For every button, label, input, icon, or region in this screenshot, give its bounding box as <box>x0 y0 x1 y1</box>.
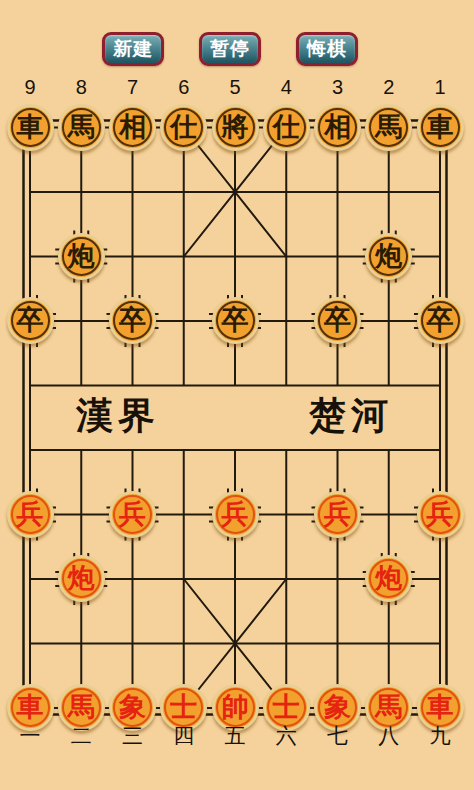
board-cell: 將 <box>209 95 260 160</box>
piece-character: 士 <box>273 694 300 721</box>
piece-character: 象 <box>119 694 146 721</box>
piece-character: 象 <box>324 694 351 721</box>
board-cell: 車 <box>4 95 55 160</box>
black-horse[interactable]: 馬 <box>365 104 412 151</box>
board-cell: 兵 <box>107 482 158 547</box>
piece-character: 卒 <box>119 307 146 334</box>
piece-character: 相 <box>119 114 146 141</box>
board-cell: 卒 <box>107 289 158 354</box>
piece-character: 仕 <box>170 114 197 141</box>
red-soldier[interactable]: 兵 <box>314 491 361 538</box>
board-cell: 兵 <box>209 482 260 547</box>
piece-character: 卒 <box>222 307 249 334</box>
piece-character: 兵 <box>324 501 351 528</box>
black-soldier[interactable]: 卒 <box>212 297 259 344</box>
file-number-bottom: 四 <box>158 722 210 750</box>
board-cell: 卒 <box>312 289 363 354</box>
file-number-bottom: 三 <box>107 722 159 750</box>
board-cell: 馬 <box>363 95 414 160</box>
file-number-bottom: 五 <box>209 722 261 750</box>
black-soldier[interactable]: 卒 <box>314 297 361 344</box>
red-cannon[interactable]: 炮 <box>365 555 412 602</box>
file-number-bottom: 八 <box>363 722 415 750</box>
board-cell: 卒 <box>209 289 260 354</box>
board-cell: 相 <box>312 95 363 160</box>
red-cannon[interactable]: 炮 <box>58 555 105 602</box>
black-general[interactable]: 將 <box>212 104 259 151</box>
piece-character: 兵 <box>17 501 44 528</box>
board-cell: 車 <box>414 95 465 160</box>
board-cell: 炮 <box>56 224 107 289</box>
piece-character: 炮 <box>68 243 95 270</box>
black-chariot[interactable]: 車 <box>417 104 464 151</box>
red-soldier[interactable]: 兵 <box>7 491 54 538</box>
piece-character: 炮 <box>375 565 402 592</box>
black-elephant[interactable]: 相 <box>314 104 361 151</box>
piece-character: 士 <box>170 694 197 721</box>
piece-character: 卒 <box>427 307 454 334</box>
board-cell: 馬 <box>56 95 107 160</box>
piece-character: 帥 <box>222 694 249 721</box>
xiangqi-app: 新建暂停悔棋 987654321 漢界 楚河 車馬相仕將仕相馬車炮炮卒卒卒卒卒兵… <box>0 0 474 790</box>
black-advisor[interactable]: 仕 <box>263 104 310 151</box>
board-cell: 炮 <box>56 547 107 612</box>
board-cell: 卒 <box>414 289 465 354</box>
file-number-bottom: 一 <box>4 722 56 750</box>
piece-layer: 車馬相仕將仕相馬車炮炮卒卒卒卒卒兵兵兵兵兵炮炮車馬象士帥士象馬車 <box>4 95 465 740</box>
piece-character: 仕 <box>273 114 300 141</box>
piece-character: 炮 <box>375 243 402 270</box>
piece-character: 將 <box>222 114 249 141</box>
piece-character: 相 <box>324 114 351 141</box>
piece-character: 炮 <box>68 565 95 592</box>
piece-character: 兵 <box>222 501 249 528</box>
black-horse[interactable]: 馬 <box>58 104 105 151</box>
black-soldier[interactable]: 卒 <box>417 297 464 344</box>
board-cell: 卒 <box>4 289 55 354</box>
piece-character: 馬 <box>375 114 402 141</box>
board-cell: 相 <box>107 95 158 160</box>
board-cell: 兵 <box>312 482 363 547</box>
board-cell: 仕 <box>261 95 312 160</box>
file-number-bottom: 二 <box>55 722 107 750</box>
red-soldier[interactable]: 兵 <box>212 491 259 538</box>
piece-character: 卒 <box>324 307 351 334</box>
file-number-bottom: 七 <box>312 722 364 750</box>
piece-character: 車 <box>427 114 454 141</box>
piece-character: 馬 <box>68 114 95 141</box>
black-advisor[interactable]: 仕 <box>160 104 207 151</box>
board-cell: 炮 <box>363 547 414 612</box>
black-soldier[interactable]: 卒 <box>7 297 54 344</box>
red-soldier[interactable]: 兵 <box>109 491 156 538</box>
black-chariot[interactable]: 車 <box>7 104 54 151</box>
red-soldier[interactable]: 兵 <box>417 491 464 538</box>
black-soldier[interactable]: 卒 <box>109 297 156 344</box>
black-cannon[interactable]: 炮 <box>365 233 412 280</box>
board-cell: 兵 <box>414 482 465 547</box>
black-cannon[interactable]: 炮 <box>58 233 105 280</box>
piece-character: 兵 <box>427 501 454 528</box>
file-number-bottom: 六 <box>260 722 312 750</box>
piece-character: 車 <box>17 694 44 721</box>
piece-character: 卒 <box>17 307 44 334</box>
black-elephant[interactable]: 相 <box>109 104 156 151</box>
file-number-bottom: 九 <box>414 722 466 750</box>
piece-character: 馬 <box>375 694 402 721</box>
piece-character: 車 <box>427 694 454 721</box>
piece-character: 馬 <box>68 694 95 721</box>
piece-character: 車 <box>17 114 44 141</box>
board-cell: 炮 <box>363 224 414 289</box>
board-cell: 兵 <box>4 482 55 547</box>
board-cell: 仕 <box>158 95 209 160</box>
piece-character: 兵 <box>119 501 146 528</box>
